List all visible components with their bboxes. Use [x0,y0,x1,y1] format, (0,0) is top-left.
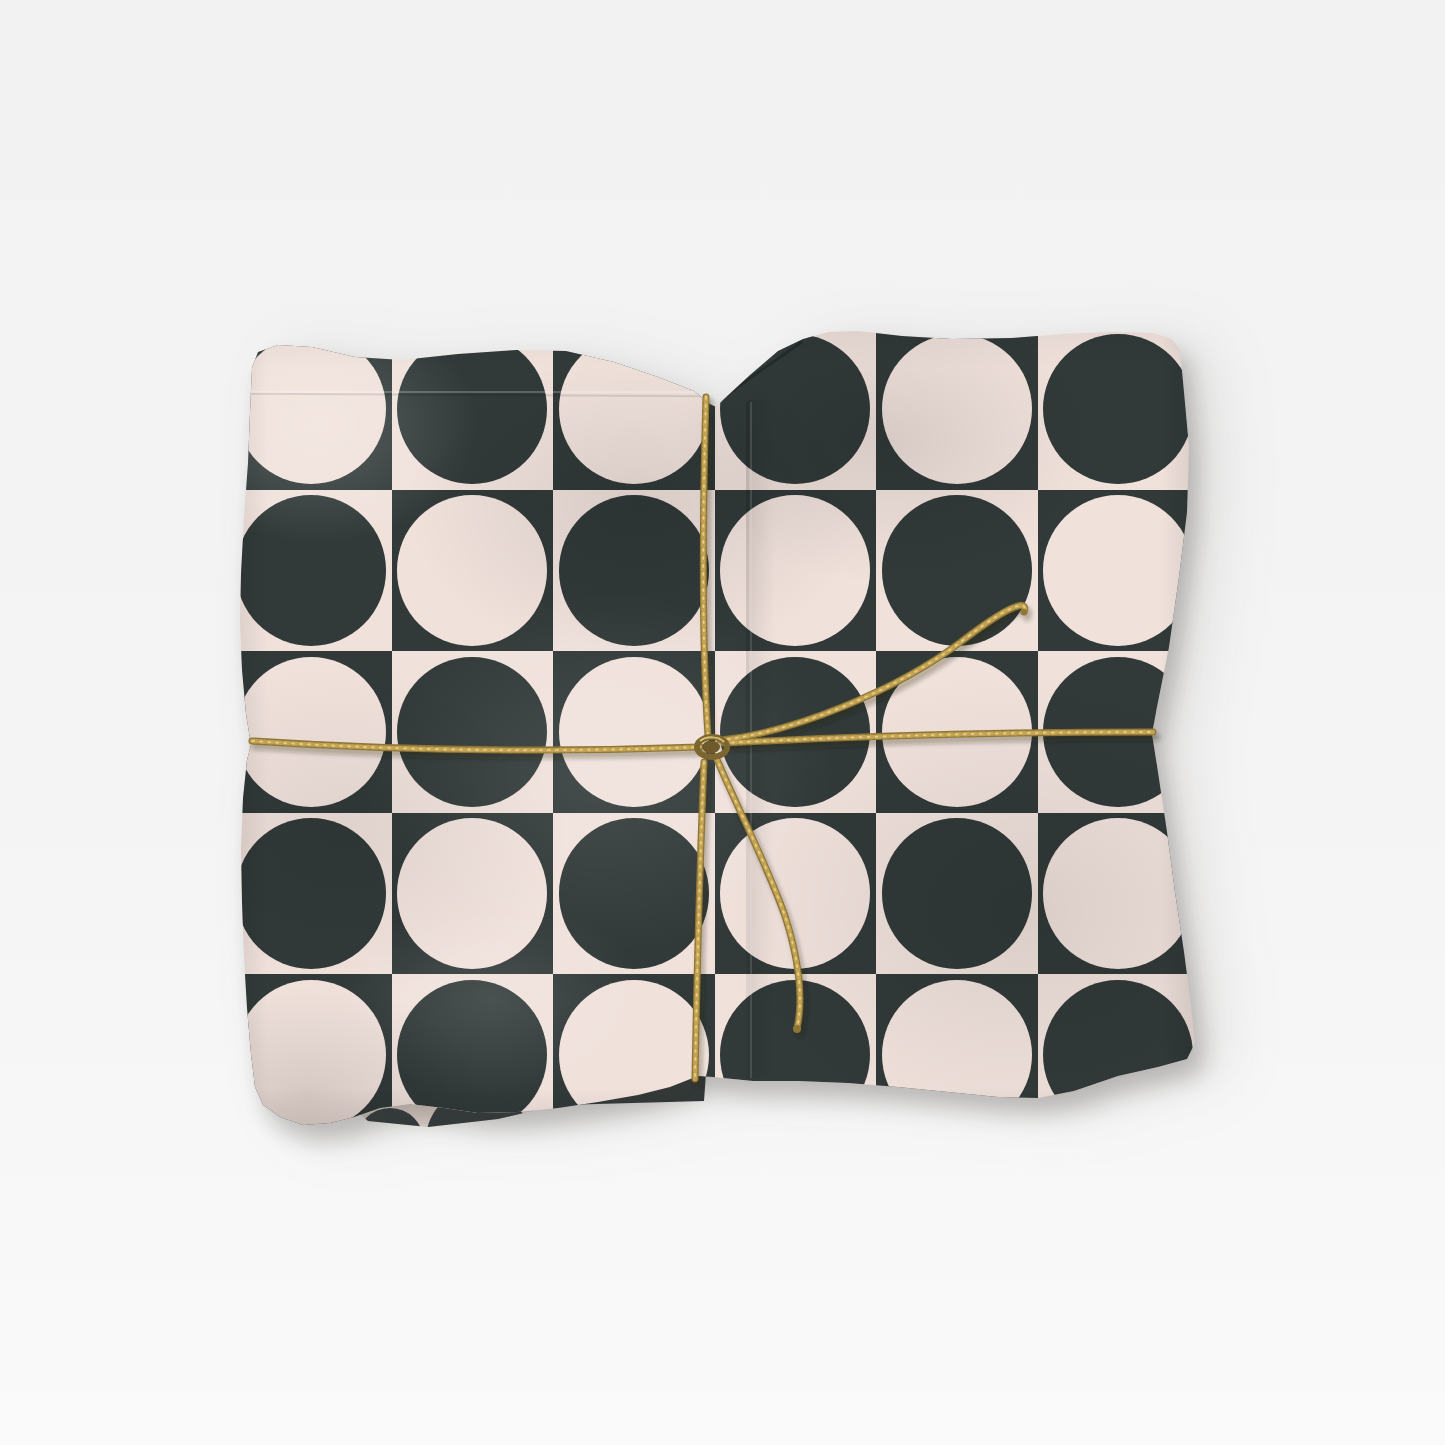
pattern-circle [1043,334,1193,484]
pattern-circle [882,818,1032,968]
package-shadow [0,0,1445,1445]
pattern-circle [720,334,870,484]
pattern-circle [720,657,870,807]
pattern-circle [559,980,709,1130]
pattern-cell [1038,328,1200,490]
pattern-cell [230,651,392,813]
pattern-cell [553,813,715,975]
pattern-circle [882,657,1032,807]
pattern-circle [397,334,547,484]
pattern-circle [397,495,547,645]
pattern-cell [876,328,1038,490]
pattern-cell [876,974,1038,1136]
pattern-circle [236,334,386,484]
pattern-cell [392,974,554,1136]
package [0,0,1445,1445]
pattern-cell [230,813,392,975]
pattern-circle [882,980,1032,1130]
pattern-cell [392,813,554,975]
pattern-cell [715,974,877,1136]
pattern-circle [397,657,547,807]
pattern-circle [559,334,709,484]
pattern-circle [1043,818,1193,968]
pattern-cell [230,490,392,652]
pattern-circle [1043,657,1193,807]
pattern-circle [720,495,870,645]
pattern-cell [715,328,877,490]
pattern-circle [236,495,386,645]
scene [0,0,1445,1445]
pattern-cell [1038,651,1200,813]
pattern-circle [236,818,386,968]
pattern-cell [715,651,877,813]
pattern-cell [1038,813,1200,975]
pattern-cell [230,328,392,490]
pattern-circle [720,818,870,968]
pattern-circle [559,818,709,968]
pattern-circle [236,657,386,807]
pattern-cell [553,651,715,813]
pattern-circle [720,980,870,1130]
pattern-cell [553,328,715,490]
pattern-circle [1043,495,1193,645]
pattern-cell [553,974,715,1136]
pattern-cell [1038,490,1200,652]
pattern-cell [876,490,1038,652]
pattern-circle [559,495,709,645]
pattern-cell [553,490,715,652]
pattern-grid [230,328,1199,1136]
pattern-circle [882,334,1032,484]
pattern-cell [715,490,877,652]
pattern-circle [236,980,386,1130]
pattern-cell [392,328,554,490]
pattern-circle [1043,980,1193,1130]
pattern-circle [882,495,1032,645]
pattern-cell [876,813,1038,975]
pattern-cell [1038,974,1200,1136]
pattern-circle [559,657,709,807]
pattern-cell [715,813,877,975]
pattern-cell [392,490,554,652]
pattern-cell [392,651,554,813]
pattern-circle [397,818,547,968]
pattern-circle [397,980,547,1130]
pattern-cell [876,651,1038,813]
pattern-cell [230,974,392,1136]
